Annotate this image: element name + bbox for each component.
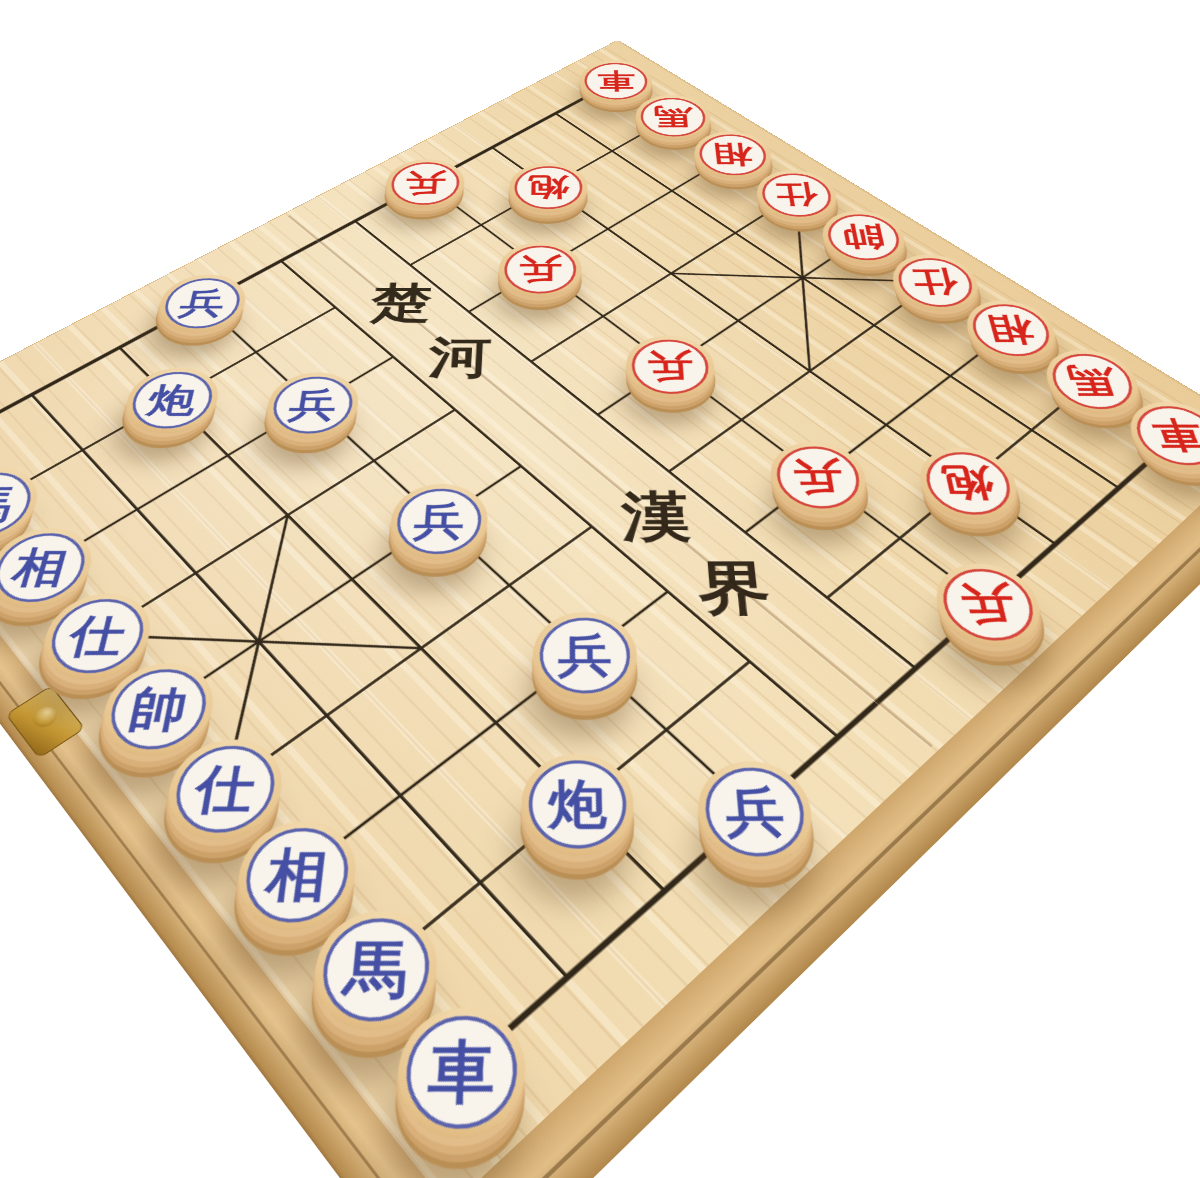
- piece-character: 帥: [840, 223, 888, 251]
- piece-character: 炮: [144, 383, 199, 417]
- photo-stage: 楚 河 漢 界 車馬相仕帥仕相馬車炮炮兵兵兵兵兵兵兵兵兵兵炮炮車馬相仕帥仕相馬車: [0, 0, 1200, 1178]
- piece-character: 車: [597, 70, 636, 92]
- piece-character: 相: [711, 142, 754, 166]
- piece-character: 仕: [910, 267, 961, 296]
- piece-character: 仕: [774, 182, 819, 208]
- piece-character: 馬: [653, 105, 694, 128]
- piece-character: 馬: [1063, 364, 1120, 397]
- piece-character: 兵: [177, 288, 228, 318]
- piece-character: 炮: [528, 174, 569, 200]
- piece-character: 兵: [404, 171, 447, 197]
- board-grid: [0, 40, 1200, 1178]
- piece-character: 兵: [518, 255, 561, 284]
- xiangqi-board[interactable]: 楚 河 漢 界 車馬相仕帥仕相馬車炮炮兵兵兵兵兵兵兵兵兵兵炮炮車馬相仕帥仕相馬車: [0, 40, 1200, 1178]
- piece-character: 兵: [287, 388, 339, 422]
- piece-character: 兵: [646, 350, 694, 383]
- piece-character: 相: [984, 314, 1038, 345]
